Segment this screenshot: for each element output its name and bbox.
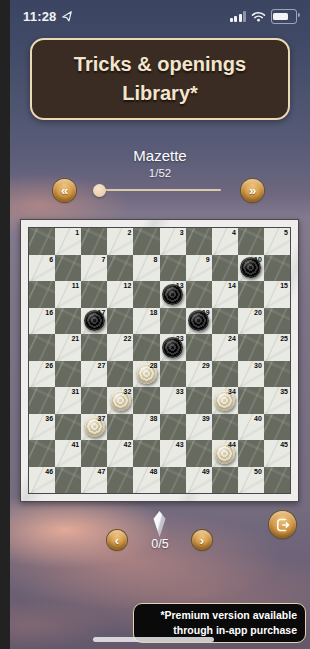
- app-screen: 11:28 Tricks & openings Library* Mazette…: [10, 0, 310, 649]
- square-23[interactable]: 23: [160, 334, 186, 361]
- move-counter: 0/5: [10, 537, 310, 551]
- square-number: 19: [202, 309, 210, 316]
- square-number: 27: [98, 362, 106, 369]
- square-30[interactable]: 30: [238, 361, 264, 388]
- draughts-board: 1234567891011121314151617181920212223242…: [20, 219, 299, 502]
- page-title: Tricks & openings Library*: [30, 38, 290, 120]
- square-number: 26: [45, 362, 53, 369]
- dark-square: [81, 334, 107, 361]
- square-number: 7: [101, 256, 105, 263]
- square-number: 21: [71, 335, 79, 342]
- square-number: 25: [280, 335, 288, 342]
- exit-button[interactable]: [269, 511, 296, 538]
- move-marker-icon: [153, 511, 166, 537]
- battery-icon: [271, 9, 297, 24]
- square-number: 13: [176, 282, 184, 289]
- square-number: 38: [150, 415, 158, 422]
- dark-square: [186, 334, 212, 361]
- square-4[interactable]: 4: [212, 228, 238, 255]
- exit-icon: [275, 517, 291, 533]
- dark-square: [212, 361, 238, 388]
- dark-square: [55, 414, 81, 441]
- dark-square: [81, 440, 107, 467]
- dark-square: [55, 361, 81, 388]
- dark-square: [55, 308, 81, 335]
- square-26[interactable]: 26: [29, 361, 55, 388]
- square-10[interactable]: 10: [238, 255, 264, 282]
- dark-square: [212, 255, 238, 282]
- dark-square: [160, 308, 186, 335]
- square-29[interactable]: 29: [186, 361, 212, 388]
- dark-square: [238, 387, 264, 414]
- dark-square: [107, 361, 133, 388]
- square-28[interactable]: 28: [133, 361, 159, 388]
- square-33[interactable]: 33: [160, 387, 186, 414]
- dark-square: [107, 467, 133, 494]
- square-32[interactable]: 32: [107, 387, 133, 414]
- square-18[interactable]: 18: [133, 308, 159, 335]
- square-21[interactable]: 21: [55, 334, 81, 361]
- dark-square: [264, 467, 290, 494]
- square-7[interactable]: 7: [81, 255, 107, 282]
- square-number: 28: [150, 362, 158, 369]
- square-5[interactable]: 5: [264, 228, 290, 255]
- dark-square: [29, 440, 55, 467]
- square-41[interactable]: 41: [55, 440, 81, 467]
- next-move-button[interactable]: ›: [192, 530, 212, 550]
- dark-square: [264, 255, 290, 282]
- dark-square: [133, 387, 159, 414]
- square-number: 4: [232, 229, 236, 236]
- trick-index: 1/52: [10, 167, 310, 179]
- previous-move-button[interactable]: ‹: [107, 530, 127, 550]
- dark-square: [186, 281, 212, 308]
- square-27[interactable]: 27: [81, 361, 107, 388]
- square-number: 40: [254, 415, 262, 422]
- dark-square: [107, 255, 133, 282]
- dark-square: [29, 387, 55, 414]
- square-number: 12: [124, 282, 132, 289]
- square-47[interactable]: 47: [81, 467, 107, 494]
- square-34[interactable]: 34: [212, 387, 238, 414]
- square-number: 45: [280, 441, 288, 448]
- dark-square: [81, 387, 107, 414]
- square-2[interactable]: 2: [107, 228, 133, 255]
- square-number: 22: [124, 335, 132, 342]
- square-number: 32: [124, 388, 132, 395]
- home-indicator: [93, 637, 214, 642]
- square-number: 31: [71, 388, 79, 395]
- square-number: 49: [202, 468, 210, 475]
- square-number: 24: [228, 335, 236, 342]
- dark-square: [133, 440, 159, 467]
- square-number: 44: [228, 441, 236, 448]
- square-19[interactable]: 19: [186, 308, 212, 335]
- square-number: 30: [254, 362, 262, 369]
- dark-square: [186, 228, 212, 255]
- square-number: 11: [72, 282, 79, 289]
- dark-square: [160, 467, 186, 494]
- square-number: 48: [150, 468, 158, 475]
- dark-square: [160, 414, 186, 441]
- square-number: 2: [127, 229, 131, 236]
- square-38[interactable]: 38: [133, 414, 159, 441]
- dark-square: [186, 387, 212, 414]
- dark-square: [264, 308, 290, 335]
- square-number: 6: [49, 256, 53, 263]
- square-1[interactable]: 1: [55, 228, 81, 255]
- previous-trick-button[interactable]: «: [53, 179, 76, 202]
- square-39[interactable]: 39: [186, 414, 212, 441]
- dark-square: [238, 334, 264, 361]
- dark-square: [238, 440, 264, 467]
- dark-square: [212, 414, 238, 441]
- square-46[interactable]: 46: [29, 467, 55, 494]
- square-20[interactable]: 20: [238, 308, 264, 335]
- dark-square: [212, 308, 238, 335]
- square-14[interactable]: 14: [212, 281, 238, 308]
- square-35[interactable]: 35: [264, 387, 290, 414]
- dark-square: [29, 334, 55, 361]
- square-number: 37: [98, 415, 106, 422]
- dark-square: [186, 440, 212, 467]
- dark-square: [133, 228, 159, 255]
- square-number: 3: [180, 229, 184, 236]
- square-number: 8: [154, 256, 158, 263]
- square-16[interactable]: 16: [29, 308, 55, 335]
- square-36[interactable]: 36: [29, 414, 55, 441]
- board-inner-frame: 1234567891011121314151617181920212223242…: [28, 227, 291, 494]
- dark-square: [81, 281, 107, 308]
- square-number: 10: [254, 256, 262, 263]
- square-number: 36: [45, 415, 53, 422]
- square-13[interactable]: 13: [160, 281, 186, 308]
- square-9[interactable]: 9: [186, 255, 212, 282]
- square-3[interactable]: 3: [160, 228, 186, 255]
- square-40[interactable]: 40: [238, 414, 264, 441]
- dark-square: [160, 361, 186, 388]
- dark-square: [107, 414, 133, 441]
- square-48[interactable]: 48: [133, 467, 159, 494]
- square-15[interactable]: 15: [264, 281, 290, 308]
- square-number: 42: [124, 441, 132, 448]
- dark-square: [264, 414, 290, 441]
- square-number: 18: [150, 309, 158, 316]
- square-24[interactable]: 24: [212, 334, 238, 361]
- dark-square: [29, 228, 55, 255]
- square-number: 15: [280, 282, 288, 289]
- square-number: 29: [202, 362, 210, 369]
- square-number: 9: [206, 256, 210, 263]
- square-49[interactable]: 49: [186, 467, 212, 494]
- location-arrow-icon: [61, 10, 73, 22]
- square-number: 47: [98, 468, 106, 475]
- square-37[interactable]: 37: [81, 414, 107, 441]
- trick-slider-track[interactable]: [95, 189, 221, 191]
- status-bar: 11:28: [10, 6, 310, 26]
- wifi-icon: [251, 11, 266, 22]
- square-number: 35: [280, 388, 288, 395]
- dark-square: [238, 228, 264, 255]
- dark-square: [133, 334, 159, 361]
- page-title-line1: Tricks & openings: [74, 50, 246, 79]
- square-45[interactable]: 45: [264, 440, 290, 467]
- dark-square: [81, 228, 107, 255]
- square-number: 14: [228, 282, 236, 289]
- square-number: 39: [202, 415, 210, 422]
- square-50[interactable]: 50: [238, 467, 264, 494]
- dark-square: [238, 281, 264, 308]
- board-grid: 1234567891011121314151617181920212223242…: [29, 228, 290, 493]
- clock: 11:28: [23, 9, 57, 24]
- dark-square: [55, 255, 81, 282]
- cellular-signal-icon: [230, 11, 247, 22]
- square-number: 16: [45, 309, 53, 316]
- square-42[interactable]: 42: [107, 440, 133, 467]
- page-title-line2: Library*: [122, 79, 198, 108]
- square-43[interactable]: 43: [160, 440, 186, 467]
- square-number: 20: [254, 309, 262, 316]
- dark-square: [264, 361, 290, 388]
- square-number: 34: [228, 388, 236, 395]
- square-number: 17: [98, 309, 106, 316]
- square-number: 41: [71, 441, 79, 448]
- trick-name: Mazette: [10, 147, 310, 164]
- square-number: 33: [176, 388, 184, 395]
- square-6[interactable]: 6: [29, 255, 55, 282]
- square-22[interactable]: 22: [107, 334, 133, 361]
- square-number: 43: [176, 441, 184, 448]
- dark-square: [160, 255, 186, 282]
- square-number: 50: [254, 468, 262, 475]
- square-number: 23: [176, 335, 184, 342]
- square-31[interactable]: 31: [55, 387, 81, 414]
- square-11[interactable]: 11: [55, 281, 81, 308]
- next-trick-button[interactable]: »: [241, 179, 264, 202]
- dark-square: [55, 467, 81, 494]
- square-number: 5: [284, 229, 288, 236]
- dark-square: [29, 281, 55, 308]
- dark-square: [133, 281, 159, 308]
- dark-square: [212, 467, 238, 494]
- square-number: 1: [75, 229, 79, 236]
- square-12[interactable]: 12: [107, 281, 133, 308]
- square-8[interactable]: 8: [133, 255, 159, 282]
- dark-square: [107, 308, 133, 335]
- square-25[interactable]: 25: [264, 334, 290, 361]
- premium-note-line1: *Premium version available: [140, 608, 297, 623]
- trick-slider-knob[interactable]: [93, 184, 106, 197]
- square-44[interactable]: 44: [212, 440, 238, 467]
- square-17[interactable]: 17: [81, 308, 107, 335]
- square-number: 46: [45, 468, 53, 475]
